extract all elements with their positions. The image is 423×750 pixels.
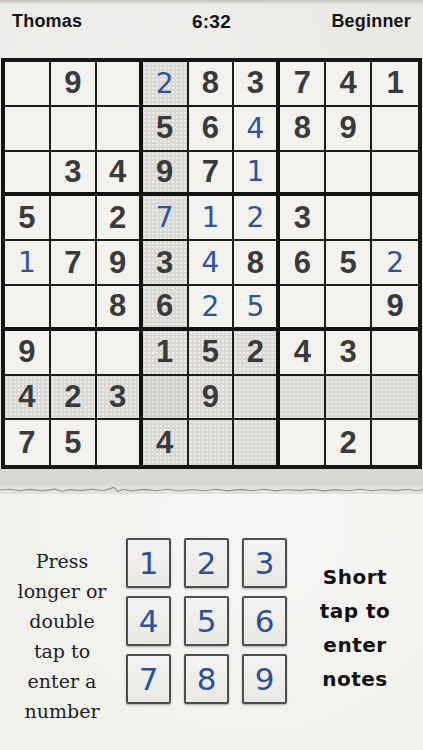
cell-r6c5[interactable]: 2 (189, 286, 235, 331)
given-digit: 4 (18, 379, 35, 415)
instruction-line: enter a (0, 666, 124, 696)
cell-r6c2[interactable] (51, 286, 97, 331)
cell-r2c8[interactable]: 9 (326, 107, 372, 152)
cell-r3c3[interactable]: 4 (97, 152, 143, 197)
given-digit: 3 (340, 334, 357, 370)
cell-r9c9[interactable] (372, 420, 418, 465)
cell-r1c4[interactable]: 2 (143, 62, 189, 107)
top-bar: Thomas 6:32 Beginner (0, 0, 423, 58)
cell-r5c1[interactable]: 1 (5, 241, 51, 286)
cell-r9c4[interactable]: 4 (143, 420, 189, 465)
cell-r6c4[interactable]: 6 (143, 286, 189, 331)
given-digit: 9 (18, 334, 35, 370)
given-digit: 8 (202, 65, 219, 101)
given-digit: 7 (18, 425, 35, 461)
cell-r9c5[interactable] (189, 420, 235, 465)
given-digit: 3 (156, 245, 173, 281)
given-digit: 7 (64, 245, 81, 281)
cell-r8c4[interactable] (143, 376, 189, 421)
cell-r3c8[interactable] (326, 152, 372, 197)
keypad-button-3[interactable]: 3 (242, 538, 287, 588)
cell-r3c5[interactable]: 7 (189, 152, 235, 197)
instruction-line: Press (0, 546, 124, 576)
difficulty-label: Beginner (331, 11, 411, 32)
cell-r2c9[interactable] (372, 107, 418, 152)
user-digit: 4 (202, 246, 220, 279)
cell-r2c1[interactable] (5, 107, 51, 152)
given-digit: 5 (64, 425, 81, 461)
cell-r8c7[interactable] (280, 376, 326, 421)
number-keypad: 123456789 (126, 538, 287, 704)
cell-r9c2[interactable]: 5 (51, 420, 97, 465)
cell-r1c3[interactable] (97, 62, 143, 107)
cell-r5c5[interactable]: 4 (189, 241, 235, 286)
cell-r2c3[interactable] (97, 107, 143, 152)
cell-r3c9[interactable] (372, 152, 418, 197)
cell-r9c3[interactable] (97, 420, 143, 465)
cell-r7c6[interactable]: 2 (234, 331, 280, 376)
given-digit: 3 (64, 154, 81, 190)
sudoku-board: 9283741564893497152712317934865286259915… (1, 58, 422, 469)
cell-r4c3[interactable]: 2 (97, 196, 143, 241)
user-digit: 1 (18, 246, 36, 279)
given-digit: 8 (294, 110, 311, 146)
cell-r8c2[interactable]: 2 (51, 376, 97, 421)
cell-r6c6[interactable]: 5 (234, 286, 280, 331)
cell-r8c8[interactable] (326, 376, 372, 421)
instruction-line: double (0, 606, 124, 636)
cell-r1c1[interactable] (5, 62, 51, 107)
torn-paper-edge (0, 486, 423, 494)
given-digit: 2 (340, 425, 357, 461)
cell-r4c1[interactable]: 5 (5, 196, 51, 241)
cell-r9c6[interactable] (234, 420, 280, 465)
short-tap-instruction: Shorttap toenternotes (287, 560, 423, 696)
user-digit: 4 (246, 112, 264, 145)
cell-r4c7[interactable]: 3 (280, 196, 326, 241)
keypad-button-8[interactable]: 8 (184, 654, 229, 704)
keypad-button-2[interactable]: 2 (184, 538, 229, 588)
cell-r1c8[interactable]: 4 (326, 62, 372, 107)
cell-r4c2[interactable] (51, 196, 97, 241)
cell-r8c3[interactable]: 3 (97, 376, 143, 421)
given-digit: 4 (340, 65, 357, 101)
player-name: Thomas (12, 11, 82, 32)
given-digit: 3 (109, 379, 126, 415)
user-digit: 2 (386, 246, 404, 279)
instruction-line: tap to (0, 636, 124, 666)
given-digit: 9 (202, 379, 219, 415)
cell-r3c6[interactable]: 1 (234, 152, 280, 197)
cell-r9c1[interactable]: 7 (5, 420, 51, 465)
cell-r7c1[interactable]: 9 (5, 331, 51, 376)
cell-r1c5[interactable]: 8 (189, 62, 235, 107)
cell-r5c6[interactable]: 8 (234, 241, 280, 286)
cell-r2c6[interactable]: 4 (234, 107, 280, 152)
cell-r9c8[interactable]: 2 (326, 420, 372, 465)
cell-r7c2[interactable] (51, 331, 97, 376)
cell-r6c3[interactable]: 8 (97, 286, 143, 331)
cell-r8c1[interactable]: 4 (5, 376, 51, 421)
cell-r1c6[interactable]: 3 (234, 62, 280, 107)
long-press-instruction: Presslonger ordoubletap toenter anumber (0, 546, 124, 726)
instruction-line: notes (287, 662, 423, 696)
cell-r5c4[interactable]: 3 (143, 241, 189, 286)
cell-r9c7[interactable] (280, 420, 326, 465)
cell-r2c7[interactable]: 8 (280, 107, 326, 152)
keypad-button-5[interactable]: 5 (184, 596, 229, 646)
given-digit: 7 (202, 154, 219, 190)
cell-r8c9[interactable] (372, 376, 418, 421)
user-digit: 2 (156, 67, 174, 100)
cell-r6c8[interactable] (326, 286, 372, 331)
instruction-line: longer or (0, 576, 124, 606)
game-paper-section: Thomas 6:32 Beginner 9283741564893497152… (0, 0, 423, 486)
cell-r5c3[interactable]: 9 (97, 241, 143, 286)
cell-r1c9[interactable]: 1 (372, 62, 418, 107)
given-digit: 9 (386, 288, 403, 324)
cell-r4c9[interactable] (372, 196, 418, 241)
keypad-button-1[interactable]: 1 (126, 538, 171, 588)
user-digit: 1 (246, 155, 264, 188)
user-digit: 1 (202, 201, 220, 234)
cell-r3c2[interactable]: 3 (51, 152, 97, 197)
cell-r4c4[interactable]: 7 (143, 196, 189, 241)
given-digit: 2 (64, 379, 81, 415)
cell-r2c4[interactable]: 5 (143, 107, 189, 152)
given-digit: 6 (156, 288, 173, 324)
cell-r7c8[interactable]: 3 (326, 331, 372, 376)
cell-r7c7[interactable]: 4 (280, 331, 326, 376)
cell-r4c6[interactable]: 2 (234, 196, 280, 241)
cell-r8c5[interactable]: 9 (189, 376, 235, 421)
given-digit: 5 (18, 200, 35, 236)
cell-r6c7[interactable] (280, 286, 326, 331)
cell-r5c2[interactable]: 7 (51, 241, 97, 286)
given-digit: 8 (247, 245, 264, 281)
given-digit: 5 (202, 334, 219, 370)
keypad-button-9[interactable]: 9 (242, 654, 287, 704)
given-digit: 6 (294, 245, 311, 281)
cell-r6c1[interactable] (5, 286, 51, 331)
given-digit: 5 (156, 110, 173, 146)
instruction-line: enter (287, 628, 423, 662)
cell-r3c4[interactable]: 9 (143, 152, 189, 197)
given-digit: 4 (109, 154, 126, 190)
given-digit: 1 (156, 334, 173, 370)
cell-r4c5[interactable]: 1 (189, 196, 235, 241)
cell-r7c5[interactable]: 5 (189, 331, 235, 376)
user-digit: 5 (246, 290, 264, 323)
instruction-line: number (0, 696, 124, 726)
cell-r7c3[interactable] (97, 331, 143, 376)
cell-r2c5[interactable]: 6 (189, 107, 235, 152)
given-digit: 3 (247, 65, 264, 101)
cell-r5c8[interactable]: 5 (326, 241, 372, 286)
given-digit: 9 (109, 245, 126, 281)
cell-r7c4[interactable]: 1 (143, 331, 189, 376)
given-digit: 2 (247, 334, 264, 370)
given-digit: 7 (294, 65, 311, 101)
given-digit: 5 (340, 245, 357, 281)
given-digit: 4 (156, 425, 173, 461)
cell-r8c6[interactable] (234, 376, 280, 421)
cell-r5c7[interactable]: 6 (280, 241, 326, 286)
cell-r7c9[interactable] (372, 331, 418, 376)
cell-r1c2[interactable]: 9 (51, 62, 97, 107)
sudoku-grid: 9283741564893497152712317934865286259915… (5, 62, 418, 465)
cell-r3c1[interactable] (5, 152, 51, 197)
given-digit: 8 (109, 288, 126, 324)
given-digit: 2 (109, 200, 126, 236)
controls-section: Presslonger ordoubletap toenter anumber … (0, 494, 423, 748)
given-digit: 9 (156, 154, 173, 190)
given-digit: 4 (294, 334, 311, 370)
keypad-button-7[interactable]: 7 (126, 654, 171, 704)
cell-r3c7[interactable] (280, 152, 326, 197)
paper-edge-strip (0, 469, 423, 486)
cell-r2c2[interactable] (51, 107, 97, 152)
user-digit: 2 (246, 201, 264, 234)
instruction-line: Short (287, 560, 423, 594)
given-digit: 9 (340, 110, 357, 146)
cell-r1c7[interactable]: 7 (280, 62, 326, 107)
keypad-button-6[interactable]: 6 (242, 596, 287, 646)
cell-r5c9[interactable]: 2 (372, 241, 418, 286)
cell-r6c9[interactable]: 9 (372, 286, 418, 331)
given-digit: 3 (294, 200, 311, 236)
cell-r4c8[interactable] (326, 196, 372, 241)
given-digit: 1 (386, 65, 403, 101)
given-digit: 6 (202, 110, 219, 146)
user-digit: 7 (156, 201, 174, 234)
keypad-button-4[interactable]: 4 (126, 596, 171, 646)
user-digit: 2 (202, 290, 220, 323)
instruction-line: tap to (287, 594, 423, 628)
given-digit: 9 (64, 65, 81, 101)
